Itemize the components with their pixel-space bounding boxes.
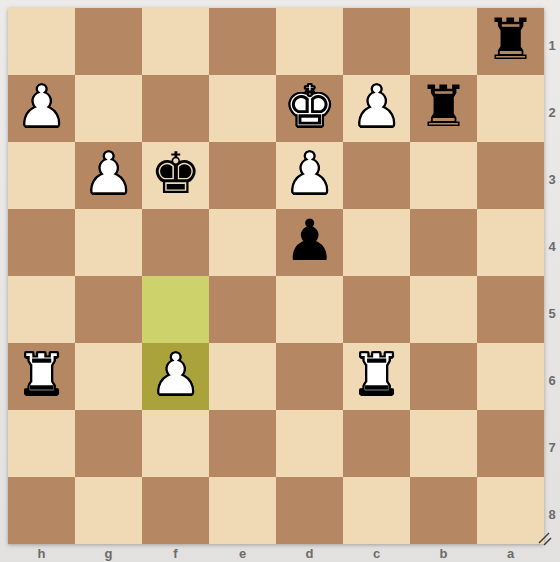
- square-d7[interactable]: [276, 410, 343, 477]
- square-c8[interactable]: [343, 477, 410, 544]
- white-pawn[interactable]: ♟: [351, 78, 402, 135]
- square-h7[interactable]: [8, 410, 75, 477]
- square-a5[interactable]: [477, 276, 544, 343]
- square-e4[interactable]: [209, 209, 276, 276]
- black-king[interactable]: ♚: [150, 145, 201, 202]
- square-g3[interactable]: ♟: [75, 142, 142, 209]
- white-pawn[interactable]: ♟: [150, 346, 201, 403]
- square-a1[interactable]: ♜: [477, 8, 544, 75]
- square-g8[interactable]: [75, 477, 142, 544]
- square-c7[interactable]: [343, 410, 410, 477]
- board-resize-handle[interactable]: [537, 531, 553, 547]
- file-label-h: h: [8, 544, 75, 562]
- square-f6[interactable]: ♟: [142, 343, 209, 410]
- square-e5[interactable]: [209, 276, 276, 343]
- square-b7[interactable]: [410, 410, 477, 477]
- rank-label-1: 1: [544, 12, 560, 79]
- square-b1[interactable]: [410, 8, 477, 75]
- square-c6[interactable]: ♜: [343, 343, 410, 410]
- square-h5[interactable]: [8, 276, 75, 343]
- file-label-e: e: [209, 544, 276, 562]
- square-f5[interactable]: [142, 276, 209, 343]
- white-rook[interactable]: ♜: [351, 346, 402, 403]
- file-label-d: d: [276, 544, 343, 562]
- rank-label-5: 5: [544, 280, 560, 347]
- file-label-c: c: [343, 544, 410, 562]
- square-h3[interactable]: [8, 142, 75, 209]
- square-c4[interactable]: [343, 209, 410, 276]
- square-f8[interactable]: [142, 477, 209, 544]
- square-a8[interactable]: [477, 477, 544, 544]
- square-f3[interactable]: ♚: [142, 142, 209, 209]
- square-g2[interactable]: [75, 75, 142, 142]
- black-rook[interactable]: ♜: [485, 11, 536, 68]
- square-h1[interactable]: [8, 8, 75, 75]
- square-b3[interactable]: [410, 142, 477, 209]
- square-d5[interactable]: [276, 276, 343, 343]
- square-d2[interactable]: ♚: [276, 75, 343, 142]
- square-g1[interactable]: [75, 8, 142, 75]
- white-rook[interactable]: ♜: [16, 346, 67, 403]
- square-h6[interactable]: ♜: [8, 343, 75, 410]
- square-b5[interactable]: [410, 276, 477, 343]
- file-label-a: a: [477, 544, 544, 562]
- rank-label-4: 4: [544, 213, 560, 280]
- square-d3[interactable]: ♟: [276, 142, 343, 209]
- square-a7[interactable]: [477, 410, 544, 477]
- white-pawn[interactable]: ♟: [16, 78, 67, 135]
- square-b2[interactable]: ♜: [410, 75, 477, 142]
- square-a6[interactable]: [477, 343, 544, 410]
- square-g6[interactable]: [75, 343, 142, 410]
- square-d6[interactable]: [276, 343, 343, 410]
- rank-coordinates: 12345678: [544, 8, 560, 544]
- square-f1[interactable]: [142, 8, 209, 75]
- square-a3[interactable]: [477, 142, 544, 209]
- square-c2[interactable]: ♟: [343, 75, 410, 142]
- square-g4[interactable]: [75, 209, 142, 276]
- square-a4[interactable]: [477, 209, 544, 276]
- square-b8[interactable]: [410, 477, 477, 544]
- square-f2[interactable]: [142, 75, 209, 142]
- rank-label-6: 6: [544, 347, 560, 414]
- square-d8[interactable]: [276, 477, 343, 544]
- square-d4[interactable]: ♟: [276, 209, 343, 276]
- square-b4[interactable]: [410, 209, 477, 276]
- black-pawn[interactable]: ♟: [284, 212, 335, 269]
- square-a2[interactable]: [477, 75, 544, 142]
- square-e6[interactable]: [209, 343, 276, 410]
- square-e1[interactable]: [209, 8, 276, 75]
- square-c1[interactable]: [343, 8, 410, 75]
- square-b6[interactable]: [410, 343, 477, 410]
- square-h8[interactable]: [8, 477, 75, 544]
- rank-label-2: 2: [544, 79, 560, 146]
- square-e8[interactable]: [209, 477, 276, 544]
- square-g7[interactable]: [75, 410, 142, 477]
- square-e2[interactable]: [209, 75, 276, 142]
- square-f7[interactable]: [142, 410, 209, 477]
- white-pawn[interactable]: ♟: [284, 145, 335, 202]
- chess-board: ♜♟♚♟♜♟♚♟♟♜♟♜: [8, 8, 544, 544]
- white-pawn[interactable]: ♟: [83, 145, 134, 202]
- square-e7[interactable]: [209, 410, 276, 477]
- chess-app-stage: ♜♟♚♟♜♟♚♟♟♜♟♜ 12345678 hgfedcba: [0, 0, 560, 562]
- square-f4[interactable]: [142, 209, 209, 276]
- square-h4[interactable]: [8, 209, 75, 276]
- file-coordinates: hgfedcba: [8, 544, 544, 562]
- file-label-f: f: [142, 544, 209, 562]
- square-g5[interactable]: [75, 276, 142, 343]
- square-h2[interactable]: ♟: [8, 75, 75, 142]
- rank-label-3: 3: [544, 146, 560, 213]
- file-label-b: b: [410, 544, 477, 562]
- rank-label-7: 7: [544, 414, 560, 481]
- square-c3[interactable]: [343, 142, 410, 209]
- white-king[interactable]: ♚: [284, 78, 335, 135]
- square-c5[interactable]: [343, 276, 410, 343]
- black-rook[interactable]: ♜: [418, 78, 469, 135]
- square-d1[interactable]: [276, 8, 343, 75]
- file-label-g: g: [75, 544, 142, 562]
- square-e3[interactable]: [209, 142, 276, 209]
